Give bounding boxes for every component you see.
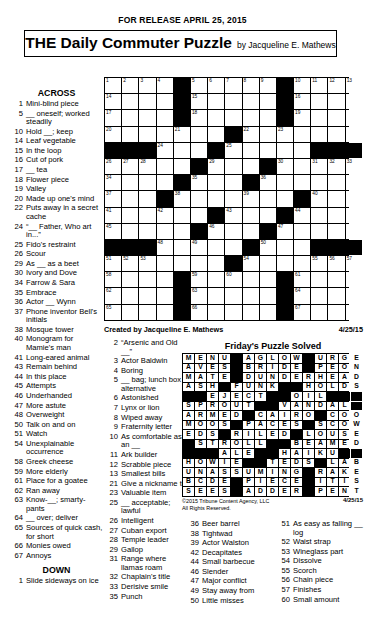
grid-cell[interactable] xyxy=(122,288,138,303)
grid-cell[interactable] xyxy=(157,127,173,142)
black-cell xyxy=(346,143,362,158)
grid-cell[interactable]: 21 xyxy=(174,127,190,142)
grid-cell[interactable]: 45 xyxy=(105,224,121,239)
grid-cell[interactable] xyxy=(311,94,327,109)
grid-cell[interactable] xyxy=(260,288,276,303)
grid-cell[interactable] xyxy=(225,191,241,206)
solved-cell: A xyxy=(315,440,326,449)
grid-cell[interactable] xyxy=(260,191,276,206)
solved-cell: O xyxy=(339,411,350,420)
clue-text: Made up one's mind xyxy=(26,195,103,204)
grid-cell[interactable] xyxy=(346,191,362,206)
cell-number: 30 xyxy=(278,159,283,165)
grid-cell[interactable]: 1 xyxy=(105,78,121,93)
clue-number: 2 xyxy=(105,339,118,356)
clue-text: Chain piece xyxy=(293,576,364,585)
solved-cell: I xyxy=(219,459,230,468)
grid-cell[interactable]: 43 xyxy=(225,208,241,223)
grid-cell[interactable] xyxy=(243,94,259,109)
grid-cell[interactable] xyxy=(328,127,344,142)
grid-cell[interactable] xyxy=(294,224,310,239)
grid-cell[interactable] xyxy=(260,127,276,142)
grid-cell[interactable] xyxy=(243,159,259,174)
grid-cell[interactable] xyxy=(174,208,190,223)
solved-cell: U xyxy=(255,373,266,382)
black-cell xyxy=(157,191,173,206)
solved-cell: U xyxy=(243,383,254,392)
clue-item: 12Scrabble piece xyxy=(105,461,190,470)
grid-cell[interactable] xyxy=(346,288,362,303)
grid-cell[interactable] xyxy=(122,272,138,287)
grid-cell[interactable]: 9 xyxy=(260,78,276,93)
solved-cell: S xyxy=(219,468,230,477)
grid-cell[interactable] xyxy=(346,175,362,190)
cell-number: 3 xyxy=(140,78,143,84)
grid-cell[interactable] xyxy=(157,175,173,190)
grid-cell[interactable]: 56 xyxy=(328,256,344,271)
grid-cell[interactable] xyxy=(157,94,173,109)
black-cell xyxy=(208,143,224,158)
clue-number: 25 xyxy=(105,499,118,516)
solved-black-cell xyxy=(291,383,302,392)
grid-cell[interactable]: 47 xyxy=(277,224,293,239)
solved-cell: I xyxy=(255,478,266,487)
grid-cell[interactable] xyxy=(157,110,173,125)
grid-cell[interactable] xyxy=(346,110,362,125)
down-clue-list-bottom-right: 51As easy as falling __ log52Waist strap… xyxy=(277,520,364,604)
grid-cell[interactable]: 53 xyxy=(139,256,155,271)
grid-cell[interactable] xyxy=(328,110,344,125)
grid-cell[interactable]: 10 xyxy=(294,78,310,93)
grid-cell[interactable] xyxy=(174,159,190,174)
grid-cell[interactable] xyxy=(311,224,327,239)
black-cell xyxy=(139,143,155,158)
solved-black-cell xyxy=(315,411,326,420)
grid-cell[interactable]: 58 xyxy=(105,272,121,287)
grid-cell[interactable] xyxy=(174,240,190,255)
grid-cell[interactable]: 41 xyxy=(105,208,121,223)
black-cell xyxy=(328,143,344,158)
grid-cell[interactable]: 57 xyxy=(346,256,362,271)
clue-item: 14Leaf vegetable xyxy=(10,137,103,146)
solved-cell: N xyxy=(207,354,218,363)
grid-cell[interactable] xyxy=(225,305,241,320)
black-cell xyxy=(294,191,310,206)
black-cell xyxy=(139,240,155,255)
clue-number: 53 xyxy=(277,548,290,557)
grid-cell[interactable] xyxy=(139,175,155,190)
grid-cell[interactable] xyxy=(139,272,155,287)
grid-cell[interactable] xyxy=(294,256,310,271)
cell-number: 10 xyxy=(295,78,300,84)
grid-cell[interactable] xyxy=(328,272,344,287)
clue-item: 9Fraternity letter xyxy=(105,423,190,432)
solved-cell: O xyxy=(207,421,218,430)
grid-cell[interactable]: 48 xyxy=(157,240,173,255)
grid-cell[interactable]: 30 xyxy=(277,159,293,174)
grid-cell[interactable] xyxy=(328,208,344,223)
grid-cell[interactable]: 25 xyxy=(225,143,241,158)
grid-cell[interactable]: 26 xyxy=(105,159,121,174)
solved-cell: A xyxy=(243,487,254,496)
cell-number: 55 xyxy=(312,256,317,262)
grid-cell[interactable]: 31 xyxy=(311,159,327,174)
solved-cell: U xyxy=(315,354,326,363)
grid-cell[interactable]: 51 xyxy=(105,256,121,271)
clue-number: 50 xyxy=(186,597,199,606)
clue-item: 61Place for a goatee xyxy=(10,477,103,486)
solved-cell: U xyxy=(219,354,230,363)
grid-cell[interactable]: 17 xyxy=(105,110,121,125)
grid-cell[interactable] xyxy=(328,94,344,109)
grid-cell[interactable] xyxy=(174,143,190,158)
grid-cell[interactable]: 64 xyxy=(294,288,310,303)
cell-number: 39 xyxy=(244,191,249,197)
grid-cell[interactable]: 19 xyxy=(294,110,310,125)
clue-number: 50 xyxy=(10,421,23,430)
solved-cell: E xyxy=(303,440,314,449)
grid-cell[interactable]: 61 xyxy=(294,272,310,287)
cell-number: 65 xyxy=(106,305,111,311)
solved-black-cell xyxy=(267,402,278,411)
solved-cell: S xyxy=(339,430,350,439)
grid-cell[interactable] xyxy=(139,110,155,125)
solved-cell: N xyxy=(267,373,278,382)
grid-cell[interactable] xyxy=(208,191,224,206)
grid-cell[interactable] xyxy=(260,94,276,109)
grid-cell[interactable]: 28 xyxy=(139,159,155,174)
grid-cell[interactable]: 24 xyxy=(157,143,173,158)
black-cell xyxy=(243,175,259,190)
grid-cell[interactable] xyxy=(277,240,293,255)
grid-cell[interactable]: 8 xyxy=(243,78,259,93)
grid-cell[interactable] xyxy=(277,191,293,206)
grid-cell[interactable]: 40 xyxy=(311,191,327,206)
grid-cell[interactable]: 20 xyxy=(105,127,121,142)
grid-cell[interactable] xyxy=(346,127,362,142)
grid-cell[interactable] xyxy=(139,94,155,109)
black-cell xyxy=(174,94,190,109)
grid-cell[interactable] xyxy=(277,175,293,190)
cell-number: 16 xyxy=(295,94,300,100)
grid-cell[interactable] xyxy=(122,110,138,125)
clue-number: 5 xyxy=(10,110,23,127)
grid-cell[interactable] xyxy=(139,191,155,206)
cell-number: 53 xyxy=(140,256,145,262)
grid-cell[interactable] xyxy=(243,143,259,158)
clue-item: 1Slide sideways on ice xyxy=(10,577,103,586)
solved-cell: A xyxy=(327,402,338,411)
grid-cell[interactable] xyxy=(311,127,327,142)
solved-cell: C xyxy=(327,411,338,420)
grid-cell[interactable] xyxy=(311,288,327,303)
clue-text: Scorch xyxy=(293,567,364,576)
grid-cell[interactable]: 59 xyxy=(191,272,207,287)
clue-item: 11Ark builder xyxy=(105,451,190,460)
solved-cell: P xyxy=(195,402,206,411)
solved-cell: D xyxy=(279,373,290,382)
grid-cell[interactable] xyxy=(139,224,155,239)
grid-cell[interactable]: 46 xyxy=(208,224,224,239)
grid-cell[interactable] xyxy=(139,127,155,142)
cell-number: 61 xyxy=(295,272,300,278)
grid-cell[interactable] xyxy=(225,240,241,255)
grid-cell[interactable] xyxy=(277,256,293,271)
grid-cell[interactable] xyxy=(225,159,241,174)
grid-cell[interactable]: 2 xyxy=(122,78,138,93)
grid-cell[interactable] xyxy=(208,175,224,190)
grid-cell[interactable] xyxy=(260,272,276,287)
solved-cell: A xyxy=(267,411,278,420)
solved-cell: N xyxy=(279,468,290,477)
solved-black-cell xyxy=(267,449,278,458)
grid-cell[interactable] xyxy=(311,110,327,125)
grid-cell[interactable] xyxy=(191,256,207,271)
solved-cell: M xyxy=(183,354,194,363)
grid-cell[interactable] xyxy=(191,127,207,142)
grid-cell[interactable] xyxy=(122,224,138,239)
grid-cell[interactable] xyxy=(122,127,138,142)
clue-item: 50Little misses xyxy=(186,597,271,606)
cell-number: 46 xyxy=(209,224,214,230)
solved-cell: E xyxy=(219,478,230,487)
clue-number: 34 xyxy=(10,279,23,288)
grid-cell[interactable]: 12 xyxy=(328,78,344,93)
clue-number: 4 xyxy=(105,367,118,376)
grid-cell[interactable] xyxy=(157,256,173,271)
grid-cell[interactable]: 49 xyxy=(191,240,207,255)
grid-cell[interactable] xyxy=(122,191,138,206)
grid-cell[interactable] xyxy=(328,175,344,190)
grid-cell[interactable]: 23 xyxy=(277,127,293,142)
grid-cell[interactable] xyxy=(294,240,310,255)
cell-number: 38 xyxy=(175,191,180,197)
solved-cell: E xyxy=(195,354,206,363)
solved-cell: E xyxy=(219,411,230,420)
solved-black-cell xyxy=(303,364,314,373)
clue-number: 38 xyxy=(10,326,23,335)
clue-text: Finishes xyxy=(293,586,364,595)
grid-cell[interactable]: 22 xyxy=(243,127,259,142)
cell-number: 54 xyxy=(244,256,249,262)
clue-text: Valley xyxy=(26,185,103,194)
clue-number: 57 xyxy=(277,586,290,595)
solved-cell: H xyxy=(279,449,290,458)
clue-item: 54Unexplainable occurrence xyxy=(10,440,103,457)
solved-cell: S xyxy=(219,364,230,373)
grid-cell[interactable] xyxy=(328,288,344,303)
grid-cell[interactable]: 29 xyxy=(208,159,224,174)
clue-item: 42Decapitates xyxy=(186,549,271,558)
solved-cell: R xyxy=(291,487,302,496)
grid-cell[interactable]: 3 xyxy=(139,78,155,93)
clue-number: 54 xyxy=(10,440,23,457)
grid-cell[interactable]: 36 xyxy=(260,175,276,190)
grid-cell[interactable]: 35 xyxy=(191,175,207,190)
clue-item: 1Mini-blind piece xyxy=(10,100,103,109)
grid-cell[interactable]: 54 xyxy=(243,256,259,271)
clue-text: __ bag; lunch box alternative xyxy=(121,376,190,393)
grid-cell[interactable]: 15 xyxy=(191,94,207,109)
clue-text: Waist strap xyxy=(293,538,364,547)
grid-cell[interactable] xyxy=(346,94,362,109)
grid-cell[interactable] xyxy=(311,208,327,223)
grid-cell[interactable] xyxy=(294,143,310,158)
grid-cell[interactable]: 65 xyxy=(105,305,121,320)
solved-cell: C xyxy=(195,478,206,487)
grid-cell[interactable] xyxy=(243,110,259,125)
grid-cell[interactable] xyxy=(139,305,155,320)
solved-cell: E xyxy=(279,421,290,430)
grid-cell[interactable]: 63 xyxy=(191,288,207,303)
grid-cell[interactable] xyxy=(243,288,259,303)
copyright-line-1: ©2015 Tribune Content Agency, LLC xyxy=(182,498,363,505)
grid-cell[interactable] xyxy=(157,272,173,287)
grid-cell[interactable] xyxy=(208,240,224,255)
grid-cell[interactable] xyxy=(311,272,327,287)
clue-item: 36Actor __ Wynn xyxy=(10,298,103,307)
grid-cell[interactable] xyxy=(294,127,310,142)
solved-cell: O xyxy=(195,459,206,468)
grid-cell[interactable] xyxy=(260,143,276,158)
grid-cell[interactable] xyxy=(243,305,259,320)
solved-cell: A xyxy=(195,373,206,382)
grid-cell[interactable] xyxy=(311,175,327,190)
grid-cell[interactable]: 60 xyxy=(225,272,241,287)
solved-cell: V xyxy=(279,402,290,411)
grid-cell[interactable] xyxy=(208,94,224,109)
cell-number: 58 xyxy=(106,272,111,278)
grid-cell[interactable] xyxy=(277,143,293,158)
grid-cell[interactable] xyxy=(225,175,241,190)
solved-cell: D xyxy=(243,373,254,382)
grid-cell[interactable]: 55 xyxy=(311,256,327,271)
grid-cell[interactable] xyxy=(122,175,138,190)
grid-cell[interactable]: 42 xyxy=(157,208,173,223)
clue-item: 25__ acceptable; lawful xyxy=(105,499,190,516)
grid-cell[interactable]: 67 xyxy=(294,305,310,320)
grid-cell[interactable] xyxy=(174,224,190,239)
grid-cell[interactable]: 32 xyxy=(328,159,344,174)
solved-cell: G xyxy=(255,354,266,363)
grid-cell[interactable] xyxy=(122,305,138,320)
grid-cell[interactable]: 16 xyxy=(294,94,310,109)
solved-cell: I xyxy=(267,468,278,477)
grid-cell[interactable]: 44 xyxy=(294,208,310,223)
solved-cell: U xyxy=(327,430,338,439)
solved-black-cell xyxy=(279,383,290,392)
grid-cell[interactable] xyxy=(294,159,310,174)
clue-number: 41 xyxy=(10,354,23,363)
grid-cell[interactable] xyxy=(139,208,155,223)
grid-cell[interactable] xyxy=(208,288,224,303)
grid-cell[interactable] xyxy=(157,159,173,174)
grid-cell[interactable] xyxy=(174,256,190,271)
grid-cell[interactable] xyxy=(260,256,276,271)
clue-number: 65 xyxy=(10,524,23,541)
grid-cell[interactable]: 6 xyxy=(208,78,224,93)
grid-cell[interactable] xyxy=(139,288,155,303)
grid-cell[interactable]: 4 xyxy=(157,78,173,93)
clue-text: As __ as a beet xyxy=(26,260,103,269)
grid-cell[interactable]: 50 xyxy=(260,240,276,255)
grid-cell[interactable] xyxy=(122,208,138,223)
grid-cell[interactable] xyxy=(122,94,138,109)
grid-cell[interactable]: 34 xyxy=(105,175,121,190)
cell-number: 24 xyxy=(158,143,163,149)
grid-cell[interactable] xyxy=(225,110,241,125)
grid-cell[interactable] xyxy=(225,224,241,239)
grid-cell[interactable] xyxy=(157,224,173,239)
grid-cell[interactable] xyxy=(260,208,276,223)
grid-cell[interactable] xyxy=(191,143,207,158)
grid-cell[interactable] xyxy=(191,208,207,223)
grid-cell[interactable]: 52 xyxy=(122,256,138,271)
black-cell xyxy=(105,143,121,158)
grid-cell[interactable]: 7 xyxy=(225,78,241,93)
grid-cell[interactable] xyxy=(157,288,173,303)
grid-cell[interactable]: 38 xyxy=(174,191,190,206)
grid-cell[interactable] xyxy=(294,175,310,190)
grid-cell[interactable]: 11 xyxy=(311,78,327,93)
solved-cell: L xyxy=(315,392,326,401)
grid-cell[interactable] xyxy=(191,191,207,206)
grid-cell[interactable]: 62 xyxy=(105,288,121,303)
clue-number: 35 xyxy=(10,289,23,298)
grid-cell[interactable]: 5 xyxy=(191,78,207,93)
clue-text: Ivory and Dove xyxy=(26,269,103,278)
grid-cell[interactable] xyxy=(311,305,327,320)
grid-cell[interactable]: 39 xyxy=(243,191,259,206)
grid-cell[interactable] xyxy=(225,94,241,109)
grid-cell[interactable] xyxy=(260,305,276,320)
grid-cell[interactable] xyxy=(208,256,224,271)
clue-text: Small barbecue xyxy=(202,558,271,567)
grid-cell[interactable]: 18 xyxy=(191,110,207,125)
grid-cell[interactable] xyxy=(328,224,344,239)
grid-cell[interactable] xyxy=(208,110,224,125)
grid-cell[interactable]: 33 xyxy=(346,159,362,174)
grid-cell[interactable] xyxy=(208,127,224,142)
grid-cell[interactable]: 37 xyxy=(105,191,121,206)
grid-cell[interactable] xyxy=(208,272,224,287)
grid-cell[interactable] xyxy=(225,288,241,303)
grid-cell[interactable] xyxy=(243,208,259,223)
grid-cell[interactable] xyxy=(243,224,259,239)
cell-number: 29 xyxy=(209,159,214,165)
grid-cell[interactable]: 66 xyxy=(191,305,207,320)
grid-cell[interactable] xyxy=(346,305,362,320)
black-cell xyxy=(260,224,276,239)
grid-cell[interactable]: 27 xyxy=(122,159,138,174)
grid-cell[interactable] xyxy=(328,191,344,206)
grid-cell[interactable]: 14 xyxy=(105,94,121,109)
clue-text: Mini-blind piece xyxy=(26,100,103,109)
solved-cell: O xyxy=(231,440,242,449)
grid-cell[interactable] xyxy=(346,272,362,287)
solved-cell: R xyxy=(219,440,230,449)
grid-cell[interactable]: 13 xyxy=(346,78,362,93)
grid-cell[interactable] xyxy=(346,208,362,223)
clue-item: 26Intelligent xyxy=(105,517,190,526)
grid-cell[interactable] xyxy=(260,110,276,125)
grid-cell[interactable] xyxy=(208,305,224,320)
clue-item: 46Underhanded xyxy=(10,392,103,401)
grid-cell[interactable] xyxy=(346,224,362,239)
grid-cell[interactable] xyxy=(157,305,173,320)
grid-cell[interactable] xyxy=(328,305,344,320)
grid-cell[interactable] xyxy=(243,272,259,287)
